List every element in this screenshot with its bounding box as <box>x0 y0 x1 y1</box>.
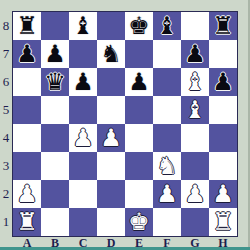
white-pawn-h2[interactable]: ♟ <box>209 180 237 208</box>
square-a8[interactable]: ♜ <box>13 12 41 40</box>
square-a5[interactable] <box>13 96 41 124</box>
square-c7[interactable] <box>69 40 97 68</box>
square-c6[interactable]: ♟ <box>69 68 97 96</box>
black-rook-h8[interactable]: ♜ <box>209 12 237 40</box>
square-b2[interactable] <box>41 180 69 208</box>
square-a7[interactable]: ♟ <box>13 40 41 68</box>
square-g5[interactable]: ♝ <box>181 96 209 124</box>
square-c3[interactable] <box>69 152 97 180</box>
white-bishop-g5[interactable]: ♝ <box>181 96 209 124</box>
square-g4[interactable] <box>181 124 209 152</box>
square-h7[interactable] <box>209 40 237 68</box>
white-knight-f3[interactable]: ♞ <box>153 152 181 180</box>
square-f1[interactable] <box>153 208 181 236</box>
rank-label-1: 1 <box>0 208 12 236</box>
rank-label-6: 6 <box>0 68 12 96</box>
square-d4[interactable]: ♟ <box>97 124 125 152</box>
square-b4[interactable] <box>41 124 69 152</box>
black-pawn-b7[interactable]: ♟ <box>41 40 69 68</box>
square-g1[interactable] <box>181 208 209 236</box>
rank-label-2: 2 <box>0 180 12 208</box>
white-bishop-g6[interactable]: ♝ <box>181 68 209 96</box>
square-d7[interactable]: ♞ <box>97 40 125 68</box>
square-g2[interactable]: ♟ <box>181 180 209 208</box>
square-c1[interactable] <box>69 208 97 236</box>
square-h2[interactable]: ♟ <box>209 180 237 208</box>
white-pawn-c4[interactable]: ♟ <box>69 124 97 152</box>
square-b8[interactable] <box>41 12 69 40</box>
black-bishop-f8[interactable]: ♝ <box>153 12 181 40</box>
black-rook-a8[interactable]: ♜ <box>13 12 41 40</box>
square-g6[interactable]: ♝ <box>181 68 209 96</box>
square-e2[interactable] <box>125 180 153 208</box>
square-e4[interactable] <box>125 124 153 152</box>
square-d2[interactable] <box>97 180 125 208</box>
square-d3[interactable] <box>97 152 125 180</box>
chess-board: ♜♝♚♝♜♟♟♞♟♛♟♟♝♟♝♟♟♞♟♟♟♟♜♚♜ <box>12 11 238 237</box>
rank-label-7: 7 <box>0 40 12 68</box>
window-right-bevel <box>248 0 250 250</box>
black-pawn-g7[interactable]: ♟ <box>181 40 209 68</box>
square-f7[interactable] <box>153 40 181 68</box>
square-b1[interactable] <box>41 208 69 236</box>
square-b5[interactable] <box>41 96 69 124</box>
square-f8[interactable]: ♝ <box>153 12 181 40</box>
black-pawn-a7[interactable]: ♟ <box>13 40 41 68</box>
black-king-e8[interactable]: ♚ <box>125 12 153 40</box>
white-rook-h1[interactable]: ♜ <box>209 208 237 236</box>
black-pawn-h6[interactable]: ♟ <box>209 68 237 96</box>
square-d8[interactable] <box>97 12 125 40</box>
square-d1[interactable] <box>97 208 125 236</box>
square-h6[interactable]: ♟ <box>209 68 237 96</box>
square-g3[interactable] <box>181 152 209 180</box>
square-e3[interactable] <box>125 152 153 180</box>
square-h5[interactable] <box>209 96 237 124</box>
square-a1[interactable]: ♜ <box>13 208 41 236</box>
square-c4[interactable]: ♟ <box>69 124 97 152</box>
white-rook-a1[interactable]: ♜ <box>13 208 41 236</box>
square-f4[interactable] <box>153 124 181 152</box>
square-f6[interactable] <box>153 68 181 96</box>
square-f5[interactable] <box>153 96 181 124</box>
square-g8[interactable] <box>181 12 209 40</box>
square-a4[interactable] <box>13 124 41 152</box>
square-c5[interactable] <box>69 96 97 124</box>
square-h4[interactable] <box>209 124 237 152</box>
square-c2[interactable] <box>69 180 97 208</box>
black-bishop-c8[interactable]: ♝ <box>69 12 97 40</box>
black-pawn-e6[interactable]: ♟ <box>125 68 153 96</box>
square-e1[interactable]: ♚ <box>125 208 153 236</box>
white-pawn-a2[interactable]: ♟ <box>13 180 41 208</box>
square-a6[interactable] <box>13 68 41 96</box>
square-b3[interactable] <box>41 152 69 180</box>
square-h3[interactable] <box>209 152 237 180</box>
square-b6[interactable]: ♛ <box>41 68 69 96</box>
white-pawn-g2[interactable]: ♟ <box>181 180 209 208</box>
square-h1[interactable]: ♜ <box>209 208 237 236</box>
square-f2[interactable]: ♟ <box>153 180 181 208</box>
black-knight-d7[interactable]: ♞ <box>97 40 125 68</box>
white-pawn-d4[interactable]: ♟ <box>97 124 125 152</box>
square-c8[interactable]: ♝ <box>69 12 97 40</box>
rank-label-3: 3 <box>0 152 12 180</box>
white-pawn-f2[interactable]: ♟ <box>153 180 181 208</box>
square-e7[interactable] <box>125 40 153 68</box>
chess-app-window: ♜♝♚♝♜♟♟♞♟♛♟♟♝♟♝♟♟♞♟♟♟♟♜♚♜ 87654321 ABCDE… <box>0 0 250 250</box>
rank-label-4: 4 <box>0 124 12 152</box>
black-pawn-c6[interactable]: ♟ <box>69 68 97 96</box>
square-g7[interactable]: ♟ <box>181 40 209 68</box>
white-king-e1[interactable]: ♚ <box>125 208 153 236</box>
square-b7[interactable]: ♟ <box>41 40 69 68</box>
square-e6[interactable]: ♟ <box>125 68 153 96</box>
square-a2[interactable]: ♟ <box>13 180 41 208</box>
square-f3[interactable]: ♞ <box>153 152 181 180</box>
square-e5[interactable] <box>125 96 153 124</box>
square-d6[interactable] <box>97 68 125 96</box>
square-h8[interactable]: ♜ <box>209 12 237 40</box>
rank-label-8: 8 <box>0 12 12 40</box>
black-queen-b6[interactable]: ♛ <box>41 68 69 96</box>
square-d5[interactable] <box>97 96 125 124</box>
square-a3[interactable] <box>13 152 41 180</box>
rank-label-5: 5 <box>0 96 12 124</box>
square-e8[interactable]: ♚ <box>125 12 153 40</box>
